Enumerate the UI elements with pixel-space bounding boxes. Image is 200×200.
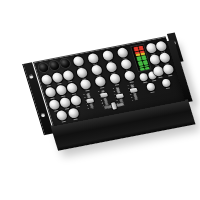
channel-3-knob[interactable] <box>109 73 122 85</box>
channel-2-knob[interactable] <box>87 53 100 65</box>
mic-section-knob[interactable] <box>70 95 83 107</box>
channel-4-knob[interactable] <box>120 58 133 70</box>
monitor-knob[interactable] <box>146 82 156 91</box>
channel-4-knob[interactable] <box>116 47 129 59</box>
knob-scale-mark <box>168 75 172 77</box>
channel-3-knob[interactable] <box>102 50 115 62</box>
knob-scale-mark <box>150 91 154 93</box>
jack-socket <box>49 60 60 70</box>
master-knob[interactable] <box>158 52 171 64</box>
mic-section-knob[interactable] <box>55 110 68 122</box>
channel-4-fader[interactable] <box>130 88 138 93</box>
master-small-knob[interactable] <box>161 78 171 87</box>
channel-1-knob[interactable] <box>79 79 92 91</box>
knob-scale-mark <box>115 84 119 86</box>
channel-1-knob[interactable] <box>76 67 89 79</box>
rack-mount-hole <box>40 113 45 118</box>
led-segment <box>145 67 149 69</box>
led-segment <box>140 68 144 70</box>
channel-3-knob[interactable] <box>105 61 118 73</box>
channel-1-fader[interactable] <box>86 98 94 103</box>
channel-3-fader[interactable] <box>116 93 124 98</box>
mic-section-knob[interactable] <box>66 82 79 94</box>
channel-4-knob[interactable] <box>123 70 136 82</box>
master-knob[interactable] <box>155 40 168 52</box>
channel-1-knob[interactable] <box>72 56 85 68</box>
channel-2-knob[interactable] <box>94 76 107 88</box>
channel-2-knob[interactable] <box>90 64 103 76</box>
knob-scale-mark <box>85 90 89 92</box>
knob-scale-mark <box>166 87 170 89</box>
channel-2-fader[interactable] <box>100 92 108 97</box>
jack-socket <box>59 58 70 68</box>
knob-scale-mark <box>62 121 66 123</box>
mic-section-knob[interactable] <box>62 70 75 82</box>
mixer-product-photo <box>0 0 200 200</box>
knob-scale-mark <box>130 81 134 83</box>
mic-section-knob[interactable] <box>67 107 80 119</box>
knob-scale-mark <box>73 119 77 121</box>
knob-scale-mark <box>100 87 104 89</box>
knob-scale-mark <box>158 77 162 79</box>
knob-scale-mark <box>152 80 156 82</box>
master-knob[interactable] <box>162 64 175 76</box>
jack-socket <box>38 62 49 72</box>
rack-mount-hole <box>29 74 34 79</box>
knob-scale-mark <box>76 106 80 108</box>
